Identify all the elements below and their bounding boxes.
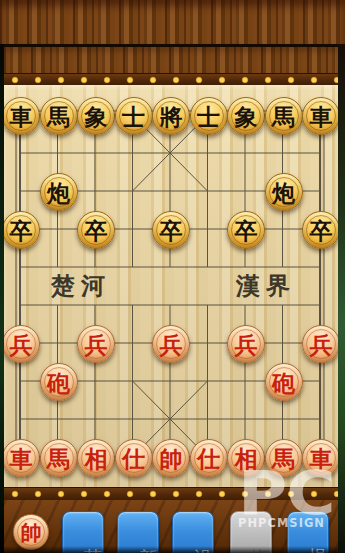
xiangqi-app: 楚河 漢界 車馬象士將士象馬車炮炮卒卒卒卒卒兵兵兵兵兵砲砲車馬相仕帥仕相馬車 帥… xyxy=(0,0,345,553)
red-piece-砲[interactable]: 砲 xyxy=(40,363,78,401)
black-piece-馬[interactable]: 馬 xyxy=(40,97,78,135)
right-background-strip xyxy=(338,44,345,553)
black-piece-將[interactable]: 將 xyxy=(152,97,190,135)
bottom-shadow xyxy=(0,546,345,553)
black-piece-卒[interactable]: 卒 xyxy=(227,211,265,249)
red-piece-車[interactable]: 車 xyxy=(2,439,40,477)
xiangqi-board[interactable]: 楚河 漢界 車馬象士將士象馬車炮炮卒卒卒卒卒兵兵兵兵兵砲砲車馬相仕帥仕相馬車 xyxy=(4,85,338,487)
black-piece-車[interactable]: 車 xyxy=(302,97,340,135)
black-piece-卒[interactable]: 卒 xyxy=(302,211,340,249)
left-background-strip xyxy=(0,44,4,553)
red-piece-砲[interactable]: 砲 xyxy=(265,363,303,401)
red-piece-兵[interactable]: 兵 xyxy=(302,325,340,363)
black-piece-炮[interactable]: 炮 xyxy=(40,173,78,211)
red-piece-兵[interactable]: 兵 xyxy=(152,325,190,363)
turn-indicator-red-general: 帥 xyxy=(13,514,49,550)
red-piece-兵[interactable]: 兵 xyxy=(77,325,115,363)
red-piece-相[interactable]: 相 xyxy=(227,439,265,477)
black-piece-士[interactable]: 士 xyxy=(115,97,153,135)
black-piece-馬[interactable]: 馬 xyxy=(265,97,303,135)
red-piece-兵[interactable]: 兵 xyxy=(2,325,40,363)
black-piece-卒[interactable]: 卒 xyxy=(77,211,115,249)
black-piece-象[interactable]: 象 xyxy=(227,97,265,135)
red-piece-帥[interactable]: 帥 xyxy=(152,439,190,477)
top-wood-wall xyxy=(0,0,345,47)
red-piece-仕[interactable]: 仕 xyxy=(115,439,153,477)
red-piece-仕[interactable]: 仕 xyxy=(190,439,228,477)
river-label-han-jie: 漢界 xyxy=(236,272,296,300)
black-piece-車[interactable]: 車 xyxy=(2,97,40,135)
red-piece-相[interactable]: 相 xyxy=(77,439,115,477)
black-piece-卒[interactable]: 卒 xyxy=(2,211,40,249)
red-piece-馬[interactable]: 馬 xyxy=(265,439,303,477)
black-piece-象[interactable]: 象 xyxy=(77,97,115,135)
red-piece-馬[interactable]: 馬 xyxy=(40,439,78,477)
river-label-chu-he: 楚河 xyxy=(51,272,111,300)
upper-frame xyxy=(4,47,338,73)
black-piece-士[interactable]: 士 xyxy=(190,97,228,135)
black-piece-卒[interactable]: 卒 xyxy=(152,211,190,249)
red-piece-車[interactable]: 車 xyxy=(302,439,340,477)
black-piece-炮[interactable]: 炮 xyxy=(265,173,303,211)
red-piece-兵[interactable]: 兵 xyxy=(227,325,265,363)
